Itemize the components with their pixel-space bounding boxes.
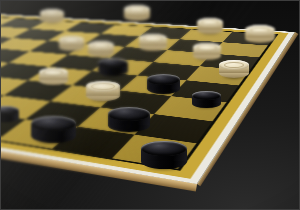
checker-piece-ivory-r8c7	[197, 18, 223, 34]
piece-top	[197, 18, 223, 27]
piece-top	[147, 74, 180, 85]
piece-top	[108, 107, 150, 121]
piece-top	[98, 58, 128, 68]
checker-piece-ivory-r7c4	[59, 36, 84, 51]
checker-piece-black-r2c5	[0, 106, 19, 122]
checker-piece-black-r5c6	[98, 58, 128, 76]
checkers-photo	[0, 0, 300, 210]
checker-piece-black-r1c8	[141, 141, 187, 169]
piece-top	[124, 5, 150, 14]
checker-piece-ivory-r7c8	[245, 25, 275, 43]
checker-piece-black-r4c7	[147, 74, 180, 94]
piece-top	[0, 106, 19, 115]
checker-piece-ivory-r5c8	[219, 60, 249, 78]
piece-top	[40, 9, 64, 17]
checker-piece-ivory-r8c3	[40, 9, 64, 23]
checker-piece-ivory-r6c5	[88, 41, 114, 57]
piece-top	[245, 25, 275, 35]
piece-top	[59, 36, 84, 44]
checker-piece-black-r1c6	[31, 116, 76, 143]
checker-piece-ivory-r6c7	[193, 43, 221, 60]
checker-piece-ivory-r7c6	[139, 34, 167, 51]
pieces-layer	[1, 1, 299, 209]
checker-piece-ivory-r4c5	[39, 68, 68, 85]
piece-top	[86, 81, 120, 92]
piece-top	[219, 60, 249, 70]
checker-piece-ivory-r3c6	[86, 81, 120, 101]
checker-piece-ivory-r8c5	[124, 5, 150, 21]
checker-piece-black-r3c8	[192, 91, 221, 108]
piece-top	[88, 41, 114, 50]
piece-top	[31, 116, 76, 131]
checker-piece-black-r2c7	[108, 107, 150, 132]
